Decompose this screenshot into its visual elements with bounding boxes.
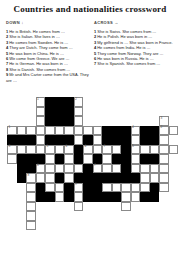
clue-text: He is Polish. He was born in … [97, 34, 152, 39]
black-cell [45, 192, 55, 202]
clue-number: 3 [94, 40, 96, 45]
empty-cell [45, 202, 55, 212]
across-clue-list: 1She is Swiss. She comes from …2He is Po… [94, 29, 178, 67]
grid-cell[interactable] [74, 126, 84, 136]
black-cell [55, 107, 65, 117]
clue-text: She is Italian. She lives in … [9, 34, 60, 39]
clue-text: Mr and Mrs Carter come from the USA. The… [6, 72, 89, 82]
black-cell [83, 192, 93, 202]
empty-cell [169, 173, 179, 183]
black-cell [102, 192, 112, 202]
grid-cell[interactable] [26, 183, 36, 193]
grid-cell[interactable]: 6 [64, 145, 74, 155]
empty-cell [169, 211, 179, 221]
cell-number: 7 [104, 145, 106, 149]
black-cell [26, 135, 36, 145]
empty-cell [121, 221, 131, 231]
grid-cell[interactable] [93, 145, 103, 155]
clue-number: 4 [6, 45, 8, 50]
grid-cell[interactable] [83, 154, 93, 164]
grid-cell[interactable] [93, 126, 103, 136]
cell-number: 6 [66, 145, 68, 149]
grid-cell[interactable] [102, 183, 112, 193]
grid-cell[interactable] [7, 154, 17, 164]
down-clue-list: 1He is British. He comes from …2She is I… [6, 29, 90, 83]
cell-number: 5 [132, 145, 134, 149]
clue-text: They come from Norway. They are … [97, 51, 163, 56]
grid-cell[interactable] [55, 126, 65, 136]
empty-cell [7, 192, 17, 202]
empty-cell [7, 97, 17, 107]
empty-cell [159, 221, 169, 231]
black-cell [112, 173, 122, 183]
empty-cell [7, 183, 17, 193]
black-cell [150, 135, 160, 145]
empty-cell [112, 202, 122, 212]
grid-cell[interactable] [150, 164, 160, 174]
grid-cell[interactable] [45, 154, 55, 164]
grid-cell[interactable] [74, 135, 84, 145]
empty-cell [169, 135, 179, 145]
empty-cell [93, 202, 103, 212]
empty-cell [169, 183, 179, 193]
grid-cell[interactable] [36, 145, 46, 155]
empty-cell [140, 211, 150, 221]
grid-cell[interactable] [131, 164, 141, 174]
grid-cell[interactable] [159, 164, 169, 174]
grid-cell[interactable]: 2 [159, 126, 169, 136]
empty-cell [150, 211, 160, 221]
black-cell [140, 126, 150, 136]
empty-cell [140, 107, 150, 117]
grid-cell[interactable]: 1 [7, 126, 17, 136]
black-cell [121, 145, 131, 155]
clue-text: He is British. He comes from … [9, 29, 65, 34]
grid-cell[interactable] [150, 145, 160, 155]
cell-number: 6 [37, 164, 39, 168]
empty-cell [169, 221, 179, 231]
black-cell [36, 192, 46, 202]
grid-cell[interactable] [121, 192, 131, 202]
cell-number: 5 [47, 145, 49, 149]
empty-cell [150, 116, 160, 126]
black-cell [112, 135, 122, 145]
empty-cell [159, 202, 169, 212]
black-cell [150, 192, 160, 202]
black-cell [45, 107, 55, 117]
grid-cell[interactable] [17, 126, 27, 136]
grid-cell[interactable] [64, 154, 74, 164]
clue-text: She is Danish. She comes from … [9, 67, 70, 72]
black-cell [55, 116, 65, 126]
clue-text: She is Spanish. She comes from … [97, 61, 160, 66]
grid-cell[interactable] [121, 183, 131, 193]
black-cell [64, 107, 74, 117]
clue-number: 4 [94, 45, 96, 50]
grid-cell[interactable] [140, 173, 150, 183]
grid-cell[interactable] [26, 192, 36, 202]
clue-text: They are Dutch. They come from … [9, 45, 73, 50]
empty-cell [112, 116, 122, 126]
black-cell [17, 164, 27, 174]
grid-cell[interactable] [74, 107, 84, 117]
grid-cell[interactable]: 5 [45, 145, 55, 155]
empty-cell [140, 116, 150, 126]
black-cell [64, 97, 74, 107]
empty-cell [150, 202, 160, 212]
cell-number: 2 [161, 126, 163, 130]
empty-cell [93, 116, 103, 126]
grid-cell[interactable]: 4 [131, 126, 141, 136]
grid-cell[interactable] [45, 164, 55, 174]
grid-cell[interactable] [159, 145, 169, 155]
empty-cell [102, 211, 112, 221]
cell-number: 3 [161, 117, 163, 121]
grid-cell[interactable] [102, 164, 112, 174]
empty-cell [83, 107, 93, 117]
cell-number: 9 [75, 183, 77, 187]
empty-cell [150, 107, 160, 117]
black-cell [102, 173, 112, 183]
empty-cell [102, 97, 112, 107]
empty-cell [83, 211, 93, 221]
empty-cell [17, 202, 27, 212]
grid-cell[interactable] [112, 164, 122, 174]
grid-cell[interactable] [140, 164, 150, 174]
clue-number: 5 [6, 51, 8, 56]
black-cell [140, 154, 150, 164]
empty-cell [55, 211, 65, 221]
clue-number: 8 [6, 67, 8, 72]
empty-cell [83, 202, 93, 212]
grid-cell[interactable] [36, 126, 46, 136]
grid-cell[interactable]: 9 [74, 183, 84, 193]
empty-cell [74, 221, 84, 231]
clue-number: 5 [94, 51, 96, 56]
clue-text: He was born in China. He is … [9, 51, 64, 56]
grid-cell[interactable] [26, 126, 36, 136]
clue-text: He comes from India. He is … [97, 45, 150, 50]
black-cell [55, 173, 65, 183]
empty-cell [131, 211, 141, 221]
empty-cell [169, 97, 179, 107]
grid-cell[interactable] [131, 192, 141, 202]
grid-cell[interactable]: 4 [83, 145, 93, 155]
grid-cell[interactable] [45, 126, 55, 136]
empty-cell [17, 116, 27, 126]
empty-cell [83, 97, 93, 107]
empty-cell [17, 221, 27, 231]
black-cell [55, 154, 65, 164]
grid-cell[interactable]: 7 [102, 145, 112, 155]
black-cell [55, 97, 65, 107]
grid-cell[interactable]: 1 [36, 97, 46, 107]
empty-cell [131, 202, 141, 212]
empty-cell [83, 116, 93, 126]
empty-cell [131, 107, 141, 117]
empty-cell [102, 116, 112, 126]
clue-number: 6 [94, 56, 96, 61]
grid-cell[interactable] [64, 164, 74, 174]
black-cell [45, 97, 55, 107]
empty-cell [55, 221, 65, 231]
grid-cell[interactable] [159, 154, 169, 164]
empty-cell [112, 107, 122, 117]
clue-item: 9Mr and Mrs Carter come from the USA. Th… [6, 72, 90, 83]
empty-cell [36, 211, 46, 221]
black-cell [93, 173, 103, 183]
clue-number: 7 [94, 61, 96, 66]
empty-cell [64, 211, 74, 221]
black-cell [83, 164, 93, 174]
black-cell [26, 164, 36, 174]
empty-cell [93, 211, 103, 221]
empty-cell [7, 173, 17, 183]
empty-cell [159, 211, 169, 221]
black-cell [64, 183, 74, 193]
empty-cell [36, 202, 46, 212]
cell-number: 3 [9, 145, 11, 149]
grid-cell[interactable] [55, 145, 65, 155]
grid-cell[interactable] [169, 145, 179, 155]
grid-cell[interactable]: 6 [36, 164, 46, 174]
empty-cell [7, 211, 17, 221]
grid-cell[interactable] [45, 183, 55, 193]
grid-cell[interactable] [74, 192, 84, 202]
black-cell [121, 154, 131, 164]
cell-number: 1 [9, 126, 11, 130]
grid-cell[interactable] [121, 202, 131, 212]
clue-text: He is German. He was born in … [9, 61, 68, 66]
grid-cell[interactable] [26, 221, 36, 231]
grid-cell[interactable] [102, 154, 112, 164]
grid-cell[interactable] [140, 145, 150, 155]
grid-cell[interactable]: 3 [7, 145, 17, 155]
empty-cell [64, 202, 74, 212]
clue-text: My girlfriend is … She was born in Franc… [97, 40, 172, 45]
grid-cell[interactable] [64, 126, 74, 136]
grid-cell[interactable] [83, 126, 93, 136]
empty-cell [102, 202, 112, 212]
page-title: Countries and nationalities crossword [0, 4, 180, 14]
empty-cell [169, 164, 179, 174]
grid-cell[interactable] [159, 183, 169, 193]
empty-cell [93, 97, 103, 107]
grid-cell[interactable] [26, 211, 36, 221]
empty-cell [121, 116, 131, 126]
empty-cell [36, 221, 46, 231]
grid-cell[interactable] [93, 135, 103, 145]
cell-number: 7 [94, 164, 96, 168]
empty-cell [7, 221, 17, 231]
clue-number: 2 [94, 34, 96, 39]
black-cell [36, 183, 46, 193]
black-cell [112, 126, 122, 136]
grid-cell[interactable] [74, 202, 84, 212]
empty-cell [121, 211, 131, 221]
empty-cell [131, 97, 141, 107]
down-header: DOWN ↓ [6, 20, 90, 25]
clue-number: 2 [6, 34, 8, 39]
cell-number: 8 [28, 174, 30, 178]
empty-cell [112, 221, 122, 231]
black-cell [17, 173, 27, 183]
empty-cell [159, 192, 169, 202]
black-cell [17, 135, 27, 145]
empty-cell [150, 97, 160, 107]
empty-cell [140, 97, 150, 107]
grid-cell[interactable] [74, 164, 84, 174]
grid-cell[interactable] [74, 116, 84, 126]
grid-cell[interactable] [159, 173, 169, 183]
empty-cell [169, 107, 179, 117]
clue-text: He was born in Russia. He is … [97, 56, 153, 61]
black-cell [150, 183, 160, 193]
grid-cell[interactable] [36, 173, 46, 183]
across-clues-column: ACROSS → 1She is Swiss. She comes from …… [94, 20, 178, 67]
empty-cell [17, 97, 27, 107]
empty-cell [112, 211, 122, 221]
grid-cell[interactable] [36, 116, 46, 126]
down-clues-column: DOWN ↓ 1He is British. He comes from …2S… [6, 20, 90, 83]
empty-cell [45, 221, 55, 231]
empty-cell [45, 211, 55, 221]
across-header: ACROSS → [94, 20, 178, 25]
empty-cell [93, 221, 103, 231]
empty-cell [17, 192, 27, 202]
cell-number: 4 [132, 126, 134, 130]
empty-cell [169, 202, 179, 212]
black-cell [121, 164, 131, 174]
grid-cell[interactable] [112, 145, 122, 155]
grid-cell[interactable] [26, 202, 36, 212]
black-cell [64, 192, 74, 202]
black-cell [64, 116, 74, 126]
clue-text: She is Swiss. She comes from … [97, 29, 156, 34]
black-cell [26, 154, 36, 164]
cell-number: 1 [37, 98, 39, 102]
grid-cell[interactable] [45, 173, 55, 183]
black-cell [55, 135, 65, 145]
empty-cell [83, 221, 93, 231]
grid-cell[interactable] [159, 135, 169, 145]
empty-cell [159, 97, 169, 107]
black-cell [112, 192, 122, 202]
black-cell [131, 173, 141, 183]
clue-number: 7 [6, 61, 8, 66]
grid-cell[interactable] [64, 173, 74, 183]
clue-number: 6 [6, 56, 8, 61]
clue-number: 3 [6, 40, 8, 45]
black-cell [74, 154, 84, 164]
empty-cell [159, 107, 169, 117]
cell-number: 4 [85, 145, 87, 149]
empty-cell [93, 107, 103, 117]
grid-cell[interactable]: 7 [93, 164, 103, 174]
grid-cell[interactable] [26, 145, 36, 155]
black-cell [93, 192, 103, 202]
black-cell [74, 145, 84, 155]
empty-cell [150, 221, 160, 231]
black-cell [150, 154, 160, 164]
grid-cell[interactable] [36, 135, 46, 145]
empty-cell [169, 192, 179, 202]
black-cell [83, 173, 93, 183]
clue-number: 1 [94, 29, 96, 34]
grid-cell[interactable] [112, 183, 122, 193]
grid-cell[interactable] [17, 145, 27, 155]
clue-item: 7She is Spanish. She comes from … [94, 61, 178, 66]
black-cell [140, 192, 150, 202]
empty-cell [7, 202, 17, 212]
empty-cell [7, 107, 17, 117]
empty-cell [169, 116, 179, 126]
empty-cell [55, 202, 65, 212]
grid-cell[interactable] [55, 183, 65, 193]
black-cell [140, 135, 150, 145]
empty-cell [112, 97, 122, 107]
grid-cell[interactable]: 5 [131, 145, 141, 155]
worksheet-page: Countries and nationalities crossword DO… [0, 0, 180, 256]
crossword-grid: 1231423564756789 [7, 97, 178, 230]
black-cell [112, 154, 122, 164]
black-cell [83, 183, 93, 193]
grid-cell[interactable] [55, 192, 65, 202]
grid-cell[interactable]: 2 [74, 97, 84, 107]
black-cell [121, 173, 131, 183]
black-cell [45, 116, 55, 126]
black-cell [121, 135, 131, 145]
grid-cell[interactable] [150, 173, 160, 183]
empty-cell [121, 107, 131, 117]
black-cell [150, 126, 160, 136]
grid-cell[interactable]: 8 [26, 173, 36, 183]
clue-number: 9 [6, 72, 8, 77]
empty-cell [64, 221, 74, 231]
black-cell [93, 183, 103, 193]
empty-cell [7, 164, 17, 174]
empty-cell [17, 211, 27, 221]
cell-number: 2 [75, 98, 77, 102]
clue-text: He comes from Sweden. He is … [9, 40, 68, 45]
empty-cell [26, 97, 36, 107]
grid-cell[interactable] [169, 126, 179, 136]
grid-cell[interactable] [140, 183, 150, 193]
clue-text: We come from Greece. We are … [9, 56, 69, 61]
clue-number: 1 [6, 29, 8, 34]
empty-cell [26, 107, 36, 117]
empty-cell [26, 116, 36, 126]
empty-cell [131, 221, 141, 231]
grid-cell[interactable] [36, 107, 46, 117]
empty-cell [140, 202, 150, 212]
black-cell [121, 126, 131, 136]
empty-cell [169, 154, 179, 164]
empty-cell [140, 221, 150, 231]
black-cell [102, 126, 112, 136]
empty-cell [74, 211, 84, 221]
empty-cell [121, 97, 131, 107]
grid-cell[interactable] [131, 183, 141, 193]
empty-cell [102, 221, 112, 231]
grid-cell[interactable] [131, 154, 141, 164]
empty-cell [102, 107, 112, 117]
black-cell [17, 154, 27, 164]
empty-cell [17, 107, 27, 117]
grid-cell[interactable] [55, 164, 65, 174]
empty-cell [17, 183, 27, 193]
